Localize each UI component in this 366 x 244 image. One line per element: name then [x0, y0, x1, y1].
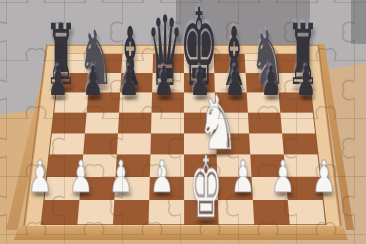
square-h5[interactable]	[280, 112, 315, 133]
white-pawn-icon: ♟	[109, 154, 133, 198]
square-g1[interactable]	[253, 200, 290, 224]
square-a5[interactable]	[52, 112, 87, 133]
square-c5[interactable]	[118, 112, 151, 133]
square-c1[interactable]	[113, 200, 149, 224]
black-pawn-icon: ♟	[261, 61, 281, 102]
white-king-icon: ♚	[189, 145, 222, 230]
piece-white-pawn-g2[interactable]: ♟	[272, 169, 295, 195]
piece-white-pawn-d2[interactable]: ♟	[150, 169, 173, 195]
piece-white-pawn-c2[interactable]: ♟	[110, 169, 133, 195]
square-b1[interactable]	[77, 200, 114, 224]
piece-black-pawn-a7[interactable]: ♟	[47, 75, 69, 99]
chess-scene: ♜♞♝♛♚♝♞♜♟♟♟♟♟♟♟♟♞♟♟♟♟♟♟♟♚	[0, 0, 366, 244]
piece-white-pawn-a2[interactable]: ♟	[29, 169, 52, 195]
square-b5[interactable]	[85, 112, 119, 133]
white-pawn-icon: ♟	[271, 154, 295, 198]
piece-white-king-e1[interactable]: ♚	[185, 177, 226, 223]
piece-black-pawn-d7[interactable]: ♟	[153, 75, 175, 99]
board-front-edge	[14, 226, 348, 240]
black-pawn-icon: ♟	[296, 61, 316, 102]
white-pawn-icon: ♟	[150, 154, 174, 198]
piece-black-pawn-b7[interactable]: ♟	[82, 75, 104, 99]
piece-black-pawn-g7[interactable]: ♟	[260, 75, 282, 99]
wall-shadow-patch-right	[351, 0, 366, 44]
piece-black-pawn-c7[interactable]: ♟	[118, 75, 140, 99]
square-a1[interactable]	[42, 200, 79, 224]
white-pawn-icon: ♟	[28, 154, 52, 198]
square-d5[interactable]	[151, 112, 184, 133]
white-pawn-icon: ♟	[312, 154, 336, 198]
black-pawn-icon: ♟	[83, 61, 103, 102]
white-pawn-icon: ♟	[69, 154, 93, 198]
black-pawn-icon: ♟	[48, 61, 68, 102]
square-d1[interactable]	[148, 200, 183, 224]
piece-white-pawn-h2[interactable]: ♟	[312, 169, 335, 195]
white-pawn-icon: ♟	[231, 154, 255, 198]
piece-white-pawn-b2[interactable]: ♟	[69, 169, 92, 195]
square-h1[interactable]	[288, 200, 325, 224]
piece-white-pawn-f2[interactable]: ♟	[231, 169, 254, 195]
square-g5[interactable]	[248, 112, 282, 133]
black-pawn-icon: ♟	[154, 61, 174, 102]
black-pawn-icon: ♟	[119, 61, 139, 102]
piece-black-pawn-h7[interactable]: ♟	[295, 75, 317, 99]
